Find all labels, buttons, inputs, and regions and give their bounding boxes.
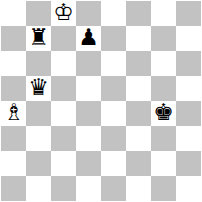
- square-d4[interactable]: [76, 101, 101, 126]
- white-bishop[interactable]: ♗: [3, 101, 24, 125]
- square-b5[interactable]: ♛: [26, 76, 51, 101]
- square-d6[interactable]: [76, 51, 101, 76]
- square-a1[interactable]: [1, 176, 26, 201]
- black-rook[interactable]: ♜: [28, 26, 49, 50]
- square-c7[interactable]: [51, 26, 76, 51]
- square-g7[interactable]: [151, 26, 176, 51]
- square-b3[interactable]: [26, 126, 51, 151]
- square-d2[interactable]: [76, 151, 101, 176]
- square-e3[interactable]: [101, 126, 126, 151]
- square-h3[interactable]: [176, 126, 201, 151]
- square-h8[interactable]: [176, 1, 201, 26]
- square-b6[interactable]: [26, 51, 51, 76]
- square-g5[interactable]: [151, 76, 176, 101]
- black-pawn[interactable]: ♟: [78, 26, 99, 50]
- square-e8[interactable]: [101, 1, 126, 26]
- square-c6[interactable]: [51, 51, 76, 76]
- square-e6[interactable]: [101, 51, 126, 76]
- chess-diagram: ♔♜♟♛♗♚: [0, 0, 202, 202]
- square-c8[interactable]: ♔: [51, 1, 76, 26]
- square-a7[interactable]: [1, 26, 26, 51]
- square-d5[interactable]: [76, 76, 101, 101]
- square-h7[interactable]: [176, 26, 201, 51]
- chess-board: ♔♜♟♛♗♚: [1, 1, 201, 201]
- square-a8[interactable]: [1, 1, 26, 26]
- square-h4[interactable]: [176, 101, 201, 126]
- square-f5[interactable]: [126, 76, 151, 101]
- square-f6[interactable]: [126, 51, 151, 76]
- square-b7[interactable]: ♜: [26, 26, 51, 51]
- black-queen[interactable]: ♛: [28, 76, 49, 100]
- square-g6[interactable]: [151, 51, 176, 76]
- square-e1[interactable]: [101, 176, 126, 201]
- square-g3[interactable]: [151, 126, 176, 151]
- black-king[interactable]: ♚: [153, 101, 174, 125]
- square-d1[interactable]: [76, 176, 101, 201]
- square-f3[interactable]: [126, 126, 151, 151]
- square-a4[interactable]: ♗: [1, 101, 26, 126]
- square-f1[interactable]: [126, 176, 151, 201]
- square-c2[interactable]: [51, 151, 76, 176]
- square-c4[interactable]: [51, 101, 76, 126]
- square-f8[interactable]: [126, 1, 151, 26]
- white-king[interactable]: ♔: [53, 1, 74, 25]
- square-g1[interactable]: [151, 176, 176, 201]
- square-f2[interactable]: [126, 151, 151, 176]
- square-a5[interactable]: [1, 76, 26, 101]
- square-h1[interactable]: [176, 176, 201, 201]
- square-h6[interactable]: [176, 51, 201, 76]
- square-a2[interactable]: [1, 151, 26, 176]
- square-d3[interactable]: [76, 126, 101, 151]
- square-e2[interactable]: [101, 151, 126, 176]
- square-c3[interactable]: [51, 126, 76, 151]
- square-b4[interactable]: [26, 101, 51, 126]
- square-d7[interactable]: ♟: [76, 26, 101, 51]
- square-c5[interactable]: [51, 76, 76, 101]
- square-f7[interactable]: [126, 26, 151, 51]
- square-a3[interactable]: [1, 126, 26, 151]
- square-b8[interactable]: [26, 1, 51, 26]
- square-f4[interactable]: [126, 101, 151, 126]
- square-b1[interactable]: [26, 176, 51, 201]
- square-e5[interactable]: [101, 76, 126, 101]
- square-b2[interactable]: [26, 151, 51, 176]
- square-d8[interactable]: [76, 1, 101, 26]
- square-h5[interactable]: [176, 76, 201, 101]
- square-e4[interactable]: [101, 101, 126, 126]
- square-g2[interactable]: [151, 151, 176, 176]
- square-h2[interactable]: [176, 151, 201, 176]
- square-g4[interactable]: ♚: [151, 101, 176, 126]
- square-a6[interactable]: [1, 51, 26, 76]
- square-g8[interactable]: [151, 1, 176, 26]
- square-e7[interactable]: [101, 26, 126, 51]
- square-c1[interactable]: [51, 176, 76, 201]
